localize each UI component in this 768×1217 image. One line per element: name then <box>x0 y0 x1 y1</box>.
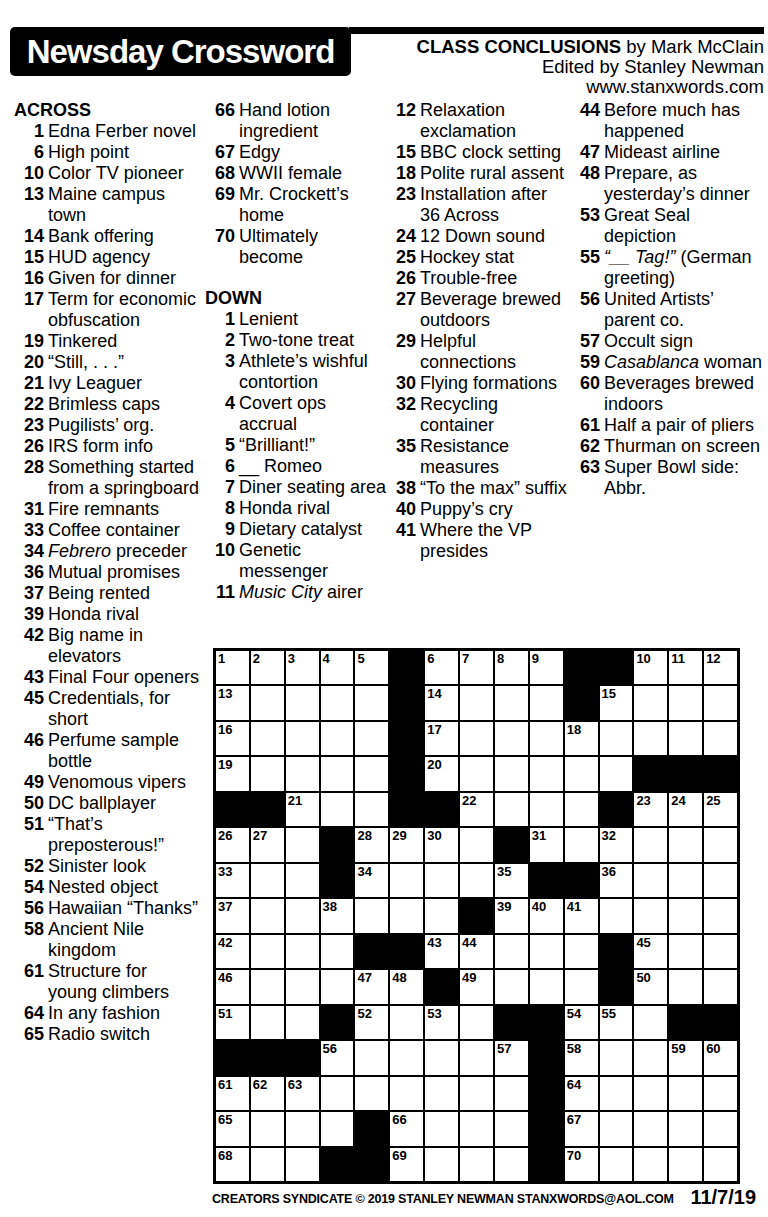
grid-cell[interactable]: 36 <box>600 864 633 897</box>
grid-cell[interactable]: 66 <box>390 1112 423 1145</box>
clue-number: 28 <box>12 457 44 478</box>
grid-cell[interactable]: 25 <box>704 793 737 826</box>
grid-cell[interactable] <box>286 899 319 932</box>
grid-cell[interactable] <box>704 970 737 1003</box>
grid-cell[interactable] <box>251 757 284 790</box>
grid-cell-black <box>355 935 388 968</box>
puzzle-website: www.stanxwords.com <box>417 77 764 97</box>
grid-cell[interactable] <box>460 1006 493 1039</box>
grid-cell[interactable] <box>704 722 737 755</box>
grid-cell[interactable]: 51 <box>216 1006 249 1039</box>
grid-cell[interactable] <box>669 970 702 1003</box>
clue-number: 55 <box>568 247 600 268</box>
clue-down-7: 7Diner seating area <box>203 477 387 498</box>
cell-number: 28 <box>357 828 371 843</box>
clue-number: 62 <box>568 436 600 457</box>
grid-cell[interactable] <box>634 1041 667 1074</box>
grid-cell[interactable]: 43 <box>425 935 458 968</box>
grid-cell[interactable] <box>495 970 528 1003</box>
grid-cell[interactable]: 18 <box>565 722 598 755</box>
grid-cell[interactable] <box>495 1148 528 1181</box>
grid-cell[interactable] <box>355 793 388 826</box>
clue-text: Lenient <box>239 309 298 329</box>
clue-text: Thurman on screen <box>604 436 760 456</box>
grid-cell[interactable] <box>355 722 388 755</box>
grid-cell-black <box>321 828 354 861</box>
grid-cell[interactable] <box>321 1077 354 1110</box>
clue-text: Venomous vipers <box>48 772 186 792</box>
grid-cell[interactable] <box>669 722 702 755</box>
grid-cell[interactable] <box>530 970 563 1003</box>
grid-cell[interactable] <box>286 1112 319 1145</box>
grid-cell[interactable] <box>495 793 528 826</box>
clue-text: Casablanca woman <box>604 352 762 372</box>
grid-cell[interactable]: 12 <box>704 651 737 684</box>
grid-cell[interactable]: 8 <box>495 651 528 684</box>
clue-text: Dietary catalyst <box>239 519 362 539</box>
grid-cell[interactable]: 4 <box>321 651 354 684</box>
grid-cell[interactable] <box>460 686 493 719</box>
clue-across-13: 13Maine campus town <box>12 184 200 226</box>
grid-cell[interactable] <box>460 1112 493 1145</box>
masthead-title: Newsday Crossword <box>10 27 351 76</box>
clue-text: IRS form info <box>48 436 153 456</box>
grid-cell[interactable]: 11 <box>669 651 702 684</box>
clue-text: Mideast airline <box>604 142 720 162</box>
cell-number: 22 <box>462 793 476 808</box>
grid-cell[interactable] <box>355 899 388 932</box>
grid-cell[interactable] <box>495 686 528 719</box>
grid-cell[interactable]: 7 <box>460 651 493 684</box>
syndicate-credit: CREATORS SYNDICATE © 2019 STANLEY NEWMAN… <box>212 1192 674 1206</box>
cell-number: 30 <box>427 828 441 843</box>
grid-cell[interactable]: 46 <box>216 970 249 1003</box>
grid-cell[interactable] <box>634 1077 667 1110</box>
grid-cell[interactable] <box>704 935 737 968</box>
grid-cell[interactable] <box>286 935 319 968</box>
clue-number: 14 <box>12 226 44 247</box>
clue-down-47: 47Mideast airline <box>568 142 765 163</box>
grid-cell[interactable] <box>669 864 702 897</box>
grid-cell-black <box>321 1006 354 1039</box>
grid-cell[interactable]: 40 <box>530 899 563 932</box>
grid-cell[interactable]: 5 <box>355 651 388 684</box>
grid-cell[interactable]: 69 <box>390 1148 423 1181</box>
grid-cell[interactable]: 59 <box>669 1041 702 1074</box>
grid-cell[interactable]: 9 <box>530 651 563 684</box>
cell-number: 50 <box>636 970 650 985</box>
grid-cell[interactable] <box>355 686 388 719</box>
cell-number: 48 <box>392 970 406 985</box>
grid-cell-black <box>600 970 633 1003</box>
grid-cell[interactable]: 23 <box>634 793 667 826</box>
grid-cell-black <box>355 1148 388 1181</box>
grid-cell[interactable] <box>634 1006 667 1039</box>
clue-text: Edna Ferber novel <box>48 121 196 141</box>
grid-cell[interactable]: 54 <box>565 1006 598 1039</box>
clue-text: Recycling container <box>420 394 498 435</box>
grid-cell[interactable] <box>530 686 563 719</box>
grid-cell[interactable] <box>321 970 354 1003</box>
clue-text: Relaxation exclamation <box>420 100 516 141</box>
clue-across-51: 51“That’s preposterous!” <box>12 814 200 856</box>
grid-cell[interactable] <box>634 1112 667 1145</box>
cell-number: 21 <box>288 793 302 808</box>
grid-cell-black <box>530 1006 563 1039</box>
grid-cell[interactable] <box>634 899 667 932</box>
cell-number: 10 <box>636 651 650 666</box>
grid-cell[interactable] <box>565 935 598 968</box>
grid-cell[interactable] <box>530 757 563 790</box>
clue-down-2: 2Two-tone treat <box>203 330 387 351</box>
grid-cell[interactable] <box>425 1077 458 1110</box>
grid-cell[interactable] <box>600 899 633 932</box>
grid-cell[interactable]: 52 <box>355 1006 388 1039</box>
cell-number: 15 <box>602 686 616 701</box>
grid-cell[interactable] <box>460 828 493 861</box>
grid-cell[interactable] <box>600 1148 633 1181</box>
grid-cell[interactable] <box>704 899 737 932</box>
clue-text: Ancient Nile kingdom <box>48 919 144 960</box>
cell-number: 3 <box>288 651 295 666</box>
grid-cell[interactable] <box>286 970 319 1003</box>
grid-cell[interactable] <box>704 686 737 719</box>
grid-cell[interactable] <box>251 899 284 932</box>
grid-cell[interactable]: 55 <box>600 1006 633 1039</box>
grid-cell[interactable]: 16 <box>216 722 249 755</box>
clue-number: 9 <box>203 519 235 540</box>
clue-number: 4 <box>203 393 235 414</box>
clue-number: 21 <box>12 373 44 394</box>
clue-text: “Still, . . .” <box>48 352 124 372</box>
clue-text: HUD agency <box>48 247 150 267</box>
clue-across-49: 49Venomous vipers <box>12 772 200 793</box>
grid-cell[interactable] <box>669 899 702 932</box>
clue-number: 3 <box>203 351 235 372</box>
grid-cell[interactable]: 27 <box>251 828 284 861</box>
grid-cell[interactable]: 63 <box>286 1077 319 1110</box>
grid-cell-black <box>425 793 458 826</box>
grid-cell[interactable] <box>251 1006 284 1039</box>
clue-text: Color TV pioneer <box>48 163 184 183</box>
grid-cell[interactable] <box>251 864 284 897</box>
clue-down-53: 53Great Seal depiction <box>568 205 765 247</box>
grid-cell[interactable]: 1 <box>216 651 249 684</box>
grid-cell[interactable] <box>565 828 598 861</box>
grid-cell[interactable] <box>565 970 598 1003</box>
grid-cell[interactable]: 39 <box>495 899 528 932</box>
clue-down-40: 40Puppy’s cry <box>384 499 568 520</box>
grid-cell[interactable]: 28 <box>355 828 388 861</box>
grid-cell[interactable] <box>286 864 319 897</box>
grid-cell[interactable] <box>460 1041 493 1074</box>
grid-cell[interactable]: 26 <box>216 828 249 861</box>
clue-across-10: 10Color TV pioneer <box>12 163 200 184</box>
grid-cell[interactable] <box>355 757 388 790</box>
grid-cell[interactable] <box>321 935 354 968</box>
clue-text: Resistance measures <box>420 436 509 477</box>
cell-number: 6 <box>427 651 434 666</box>
grid-cell[interactable] <box>425 864 458 897</box>
cell-number: 51 <box>218 1006 232 1021</box>
grid-cell[interactable]: 37 <box>216 899 249 932</box>
grid-cell[interactable]: 70 <box>565 1148 598 1181</box>
clue-text: Maine campus town <box>48 184 165 225</box>
grid-cell[interactable] <box>286 686 319 719</box>
clue-number: 43 <box>12 667 44 688</box>
clue-text: __ Romeo <box>239 456 322 476</box>
grid-cell[interactable] <box>390 1041 423 1074</box>
clue-text: Flying formations <box>420 373 557 393</box>
grid-cell[interactable]: 20 <box>425 757 458 790</box>
grid-cell[interactable]: 13 <box>216 686 249 719</box>
cell-number: 1 <box>218 651 225 666</box>
clue-number: 47 <box>568 142 600 163</box>
grid-cell[interactable]: 47 <box>355 970 388 1003</box>
grid-cell[interactable] <box>634 722 667 755</box>
clue-across-45: 45Credentials, for short <box>12 688 200 730</box>
clue-across-26: 26IRS form info <box>12 436 200 457</box>
grid-cell-black <box>530 1112 563 1145</box>
cell-number: 53 <box>427 1006 441 1021</box>
clue-number: 63 <box>568 457 600 478</box>
grid-cell[interactable] <box>460 757 493 790</box>
grid-cell-black <box>600 651 633 684</box>
clue-across-37: 37Being rented <box>12 583 200 604</box>
grid-cell[interactable] <box>286 722 319 755</box>
cell-number: 55 <box>602 1006 616 1021</box>
grid-cell[interactable]: 6 <box>425 651 458 684</box>
clue-number: 59 <box>568 352 600 373</box>
grid-cell[interactable] <box>530 793 563 826</box>
grid-cell[interactable]: 14 <box>425 686 458 719</box>
grid-cell[interactable] <box>425 899 458 932</box>
grid-cell[interactable] <box>565 793 598 826</box>
clue-number: 23 <box>384 184 416 205</box>
clue-down-23: 23Installation after 36 Across <box>384 184 568 226</box>
clue-text: Ivy Leaguer <box>48 373 142 393</box>
grid-cell[interactable] <box>634 828 667 861</box>
puzzle-editor: Edited by Stanley Newman <box>417 57 764 77</box>
clue-column-4: 44Before much has happened47Mideast airl… <box>568 100 765 499</box>
clue-down-24: 2412 Down sound <box>384 226 568 247</box>
grid-cell[interactable]: 60 <box>704 1041 737 1074</box>
grid-cell[interactable]: 56 <box>321 1041 354 1074</box>
grid-cell[interactable] <box>460 1077 493 1110</box>
grid-cell-black <box>704 1006 737 1039</box>
grid-cell[interactable] <box>530 935 563 968</box>
grid-cell[interactable] <box>669 686 702 719</box>
grid-cell[interactable] <box>600 1077 633 1110</box>
grid-cell[interactable] <box>669 1112 702 1145</box>
clue-across-28: 28Something started from a springboard <box>12 457 200 499</box>
grid-cell[interactable]: 33 <box>216 864 249 897</box>
grid-cell[interactable] <box>704 864 737 897</box>
clue-text: Nested object <box>48 877 158 897</box>
grid-cell[interactable] <box>460 1148 493 1181</box>
clue-text: Hawaiian “Thanks” <box>48 898 198 918</box>
grid-cell[interactable] <box>634 686 667 719</box>
grid-cell[interactable] <box>390 864 423 897</box>
grid-cell[interactable] <box>425 1112 458 1145</box>
grid-cell[interactable]: 10 <box>634 651 667 684</box>
grid-cell[interactable]: 53 <box>425 1006 458 1039</box>
grid-cell[interactable] <box>286 828 319 861</box>
clue-text: Mr. Crockett’s home <box>239 184 349 225</box>
clue-down-25: 25Hockey stat <box>384 247 568 268</box>
grid-cell[interactable]: 41 <box>565 899 598 932</box>
grid-cell[interactable] <box>530 722 563 755</box>
grid-cell[interactable]: 17 <box>425 722 458 755</box>
grid-cell[interactable] <box>495 1112 528 1145</box>
grid-cell[interactable]: 42 <box>216 935 249 968</box>
grid-cell[interactable]: 34 <box>355 864 388 897</box>
grid-cell[interactable]: 24 <box>669 793 702 826</box>
grid-cell[interactable]: 61 <box>216 1077 249 1110</box>
clue-down-4: 4Covert ops accrual <box>203 393 387 435</box>
grid-cell[interactable] <box>634 864 667 897</box>
cell-number: 63 <box>288 1077 302 1092</box>
clue-down-30: 30Flying formations <box>384 373 568 394</box>
grid-cell[interactable]: 49 <box>460 970 493 1003</box>
grid-cell[interactable]: 64 <box>565 1077 598 1110</box>
grid-cell-black <box>530 864 563 897</box>
grid-cell[interactable] <box>355 1077 388 1110</box>
clue-number: 46 <box>12 730 44 751</box>
grid-cell[interactable]: 31 <box>530 828 563 861</box>
grid-cell[interactable] <box>286 1006 319 1039</box>
clue-number: 2 <box>203 330 235 351</box>
grid-cell[interactable] <box>251 1112 284 1145</box>
grid-cell[interactable] <box>390 899 423 932</box>
grid-cell[interactable]: 45 <box>634 935 667 968</box>
grid-cell[interactable]: 32 <box>600 828 633 861</box>
grid-cell[interactable]: 22 <box>460 793 493 826</box>
grid-cell-black <box>321 864 354 897</box>
clue-across-19: 19Tinkered <box>12 331 200 352</box>
clue-down-32: 32Recycling container <box>384 394 568 436</box>
clue-text: Honda rival <box>239 498 330 518</box>
grid-cell[interactable] <box>321 1112 354 1145</box>
grid-cell[interactable] <box>251 1148 284 1181</box>
clue-text: Coffee container <box>48 520 180 540</box>
grid-cell[interactable] <box>286 1148 319 1181</box>
grid-cell[interactable] <box>704 1112 737 1145</box>
grid-cell[interactable] <box>425 1041 458 1074</box>
grid-cell[interactable] <box>600 1041 633 1074</box>
cell-number: 60 <box>706 1041 720 1056</box>
grid-cell[interactable] <box>495 935 528 968</box>
clue-text: Fire remnants <box>48 499 159 519</box>
grid-cell[interactable]: 58 <box>565 1041 598 1074</box>
grid-cell[interactable]: 2 <box>251 651 284 684</box>
grid-cell[interactable]: 65 <box>216 1112 249 1145</box>
grid-cell[interactable] <box>669 935 702 968</box>
grid-cell[interactable]: 57 <box>495 1041 528 1074</box>
grid-cell[interactable] <box>460 864 493 897</box>
grid-cell[interactable] <box>321 793 354 826</box>
grid-cell-black <box>460 899 493 932</box>
grid-cell[interactable] <box>669 828 702 861</box>
clue-down-60: 60Beverages brewed indoors <box>568 373 765 415</box>
clue-number: 67 <box>203 142 235 163</box>
cell-number: 14 <box>427 686 441 701</box>
clue-number: 58 <box>12 919 44 940</box>
grid-cell[interactable] <box>495 722 528 755</box>
clue-number: 44 <box>568 100 600 121</box>
clue-number: 22 <box>12 394 44 415</box>
puzzle-title: CLASS CONCLUSIONS <box>417 36 622 57</box>
grid-cell[interactable] <box>321 686 354 719</box>
grid-cell[interactable] <box>495 757 528 790</box>
grid-cell[interactable] <box>251 722 284 755</box>
grid-cell[interactable] <box>704 1148 737 1181</box>
grid-cell[interactable] <box>390 1077 423 1110</box>
clue-down-35: 35Resistance measures <box>384 436 568 478</box>
clue-number: 13 <box>12 184 44 205</box>
grid-cell[interactable] <box>321 757 354 790</box>
grid-cell[interactable] <box>251 935 284 968</box>
grid-cell[interactable]: 68 <box>216 1148 249 1181</box>
clue-down-6: 6__ Romeo <box>203 456 387 477</box>
clue-text: “That’s preposterous!” <box>48 814 164 855</box>
grid-cell[interactable] <box>669 1148 702 1181</box>
cell-number: 38 <box>323 899 337 914</box>
grid-cell[interactable]: 30 <box>425 828 458 861</box>
grid-cell[interactable]: 21 <box>286 793 319 826</box>
grid-cell[interactable]: 29 <box>390 828 423 861</box>
grid-cell[interactable] <box>669 1077 702 1110</box>
grid-cell[interactable]: 50 <box>634 970 667 1003</box>
grid-cell[interactable]: 48 <box>390 970 423 1003</box>
grid-cell[interactable]: 67 <box>565 1112 598 1145</box>
clue-text: Structure for young climbers <box>48 961 169 1002</box>
grid-cell[interactable] <box>355 1041 388 1074</box>
grid-cell[interactable] <box>495 1077 528 1110</box>
grid-cell[interactable]: 19 <box>216 757 249 790</box>
clue-number: 61 <box>12 961 44 982</box>
grid-cell[interactable] <box>704 828 737 861</box>
grid-cell[interactable] <box>600 757 633 790</box>
clue-across-61: 61Structure for young climbers <box>12 961 200 1003</box>
grid-cell[interactable] <box>704 1077 737 1110</box>
grid-cell[interactable] <box>251 686 284 719</box>
grid-cell[interactable]: 15 <box>600 686 633 719</box>
clue-text: Edgy <box>239 142 280 162</box>
grid-cell[interactable]: 35 <box>495 864 528 897</box>
grid-cell[interactable] <box>251 970 284 1003</box>
grid-cell[interactable] <box>600 1112 633 1145</box>
grid-cell[interactable] <box>321 722 354 755</box>
grid-cell[interactable] <box>460 722 493 755</box>
cell-number: 52 <box>357 1006 371 1021</box>
grid-cell[interactable]: 38 <box>321 899 354 932</box>
clue-across-15: 15HUD agency <box>12 247 200 268</box>
grid-cell[interactable] <box>634 1148 667 1181</box>
clue-across-46: 46Perfume sample bottle <box>12 730 200 772</box>
clue-text: Puppy’s cry <box>420 499 513 519</box>
grid-cell[interactable] <box>565 757 598 790</box>
grid-cell[interactable] <box>425 1148 458 1181</box>
clue-across-23: 23Pugilists’ org. <box>12 415 200 436</box>
grid-cell[interactable] <box>390 1006 423 1039</box>
grid-cell[interactable]: 62 <box>251 1077 284 1110</box>
grid-cell[interactable]: 44 <box>460 935 493 968</box>
grid-cell[interactable] <box>600 722 633 755</box>
grid-cell[interactable]: 3 <box>286 651 319 684</box>
grid-cell[interactable] <box>286 757 319 790</box>
clue-across-58: 58Ancient Nile kingdom <box>12 919 200 961</box>
